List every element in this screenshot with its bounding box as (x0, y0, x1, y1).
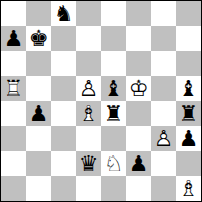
white-bishop-icon: ♝♗ (76, 101, 101, 126)
white-pawn-icon: ♟♙ (151, 126, 176, 151)
square-a7[interactable]: ♟ (1, 26, 26, 51)
white-pawn-icon: ♟♙ (76, 76, 101, 101)
black-pawn-icon: ♟ (26, 101, 51, 126)
square-c1[interactable] (51, 176, 76, 201)
black-rook-icon: ♜ (101, 101, 126, 126)
square-f1[interactable] (126, 176, 151, 201)
square-b1[interactable] (26, 176, 51, 201)
white-knight-icon: ♞♘ (101, 151, 126, 176)
black-pawn-icon: ♟ (176, 126, 201, 151)
white-king-icon: ♚♔ (126, 76, 151, 101)
square-e7[interactable] (101, 26, 126, 51)
square-b6[interactable] (26, 51, 51, 76)
square-b7[interactable]: ♚ (26, 26, 51, 51)
black-queen-icon: ♛ (76, 151, 101, 176)
square-g6[interactable] (151, 51, 176, 76)
black-bishop-icon: ♝ (176, 76, 201, 101)
square-c3[interactable] (51, 126, 76, 151)
white-bishop-icon: ♝♗ (176, 176, 201, 201)
square-h4[interactable]: ♜ (176, 101, 201, 126)
square-h8[interactable] (176, 1, 201, 26)
square-b4[interactable]: ♟ (26, 101, 51, 126)
square-h5[interactable]: ♝ (176, 76, 201, 101)
square-b5[interactable] (26, 76, 51, 101)
square-d3[interactable] (76, 126, 101, 151)
square-g2[interactable] (151, 151, 176, 176)
square-b3[interactable] (26, 126, 51, 151)
square-c2[interactable] (51, 151, 76, 176)
chess-board: ♞♟♚♜♖♟♙♝♚♔♝♟♝♗♜♜♟♙♟♛♞♘♟♝♗ (0, 0, 202, 202)
square-e8[interactable] (101, 1, 126, 26)
square-h6[interactable] (176, 51, 201, 76)
white-rook-icon: ♜♖ (1, 76, 26, 101)
square-b8[interactable] (26, 1, 51, 26)
square-c5[interactable] (51, 76, 76, 101)
square-g8[interactable] (151, 1, 176, 26)
square-a4[interactable] (1, 101, 26, 126)
square-c6[interactable] (51, 51, 76, 76)
square-f7[interactable] (126, 26, 151, 51)
square-h1[interactable]: ♝♗ (176, 176, 201, 201)
square-d7[interactable] (76, 26, 101, 51)
square-a5[interactable]: ♜♖ (1, 76, 26, 101)
square-c4[interactable] (51, 101, 76, 126)
square-e1[interactable] (101, 176, 126, 201)
square-f4[interactable] (126, 101, 151, 126)
square-h3[interactable]: ♟ (176, 126, 201, 151)
square-g3[interactable]: ♟♙ (151, 126, 176, 151)
black-knight-icon: ♞ (51, 1, 76, 26)
square-f3[interactable] (126, 126, 151, 151)
square-d1[interactable] (76, 176, 101, 201)
square-e6[interactable] (101, 51, 126, 76)
black-rook-icon: ♜ (176, 101, 201, 126)
square-d6[interactable] (76, 51, 101, 76)
black-pawn-icon: ♟ (1, 26, 26, 51)
square-e4[interactable]: ♜ (101, 101, 126, 126)
square-d8[interactable] (76, 1, 101, 26)
square-f6[interactable] (126, 51, 151, 76)
square-d2[interactable]: ♛ (76, 151, 101, 176)
black-king-icon: ♚ (26, 26, 51, 51)
square-g1[interactable] (151, 176, 176, 201)
square-g5[interactable] (151, 76, 176, 101)
black-pawn-icon: ♟ (126, 151, 151, 176)
square-e3[interactable] (101, 126, 126, 151)
square-e2[interactable]: ♞♘ (101, 151, 126, 176)
square-a6[interactable] (1, 51, 26, 76)
square-a8[interactable] (1, 1, 26, 26)
square-f8[interactable] (126, 1, 151, 26)
square-c7[interactable] (51, 26, 76, 51)
black-bishop-icon: ♝ (101, 76, 126, 101)
square-d4[interactable]: ♝♗ (76, 101, 101, 126)
square-f5[interactable]: ♚♔ (126, 76, 151, 101)
square-a3[interactable] (1, 126, 26, 151)
square-g7[interactable] (151, 26, 176, 51)
square-e5[interactable]: ♝ (101, 76, 126, 101)
square-b2[interactable] (26, 151, 51, 176)
square-a1[interactable] (1, 176, 26, 201)
square-c8[interactable]: ♞ (51, 1, 76, 26)
square-d5[interactable]: ♟♙ (76, 76, 101, 101)
square-g4[interactable] (151, 101, 176, 126)
square-h7[interactable] (176, 26, 201, 51)
square-a2[interactable] (1, 151, 26, 176)
square-h2[interactable] (176, 151, 201, 176)
square-f2[interactable]: ♟ (126, 151, 151, 176)
